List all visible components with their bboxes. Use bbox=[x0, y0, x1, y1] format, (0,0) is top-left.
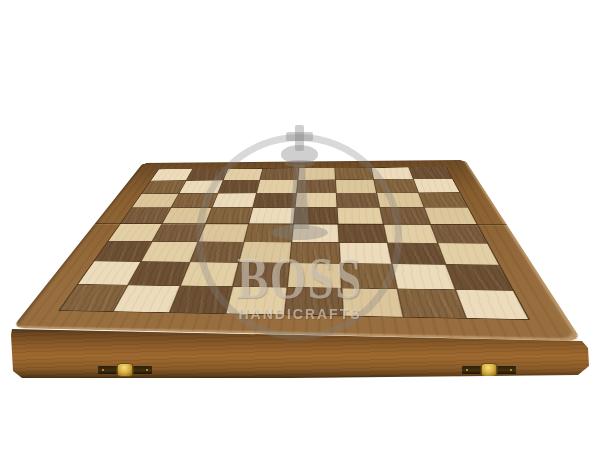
square-r2c4 bbox=[257, 180, 297, 193]
square-r5c4 bbox=[245, 224, 293, 242]
square-r1c4 bbox=[260, 168, 298, 180]
square-r1c6 bbox=[335, 168, 373, 180]
square-r3c2 bbox=[172, 193, 217, 207]
square-r8c7 bbox=[398, 289, 465, 318]
square-r7c5 bbox=[287, 263, 341, 287]
square-r8c8 bbox=[456, 290, 529, 319]
square-r5c7 bbox=[384, 224, 436, 243]
square-r5c6 bbox=[338, 224, 387, 242]
square-r1c3 bbox=[223, 169, 262, 181]
square-r6c2 bbox=[142, 242, 197, 262]
square-r3c6 bbox=[337, 193, 380, 207]
square-r3c7 bbox=[377, 193, 423, 208]
square-r4c4 bbox=[249, 208, 294, 224]
square-r1c7 bbox=[372, 167, 413, 179]
latch-screw bbox=[102, 369, 104, 371]
square-r6c7 bbox=[388, 243, 444, 264]
square-r8c4 bbox=[227, 287, 286, 315]
square-r2c3 bbox=[218, 180, 259, 193]
square-r4c3 bbox=[206, 208, 252, 224]
square-r2c8 bbox=[414, 179, 460, 192]
square-r6c3 bbox=[190, 242, 243, 262]
square-r3c3 bbox=[212, 193, 256, 207]
board-frame bbox=[12, 160, 582, 341]
square-r2c5 bbox=[297, 180, 336, 193]
square-r6c5 bbox=[290, 242, 340, 263]
latch-screw bbox=[466, 369, 468, 371]
pawn-head bbox=[281, 145, 318, 163]
latch-screw bbox=[510, 369, 512, 371]
square-r7c6 bbox=[341, 264, 397, 288]
board-grid bbox=[58, 167, 530, 320]
product-photo: BOSS HANDICRAFTS bbox=[0, 0, 600, 450]
square-r1c8 bbox=[409, 167, 452, 179]
latch-knob bbox=[117, 363, 134, 377]
square-r4c6 bbox=[337, 208, 383, 224]
brass-latch-right bbox=[462, 363, 516, 377]
square-r4c5 bbox=[293, 208, 337, 224]
cross-icon bbox=[295, 125, 304, 151]
square-r3c4 bbox=[253, 193, 295, 207]
square-r3c8 bbox=[419, 193, 468, 208]
square-r5c8 bbox=[431, 224, 487, 243]
square-r1c1 bbox=[151, 169, 192, 181]
brass-latch-left bbox=[98, 363, 152, 377]
latch-screw bbox=[146, 369, 148, 371]
square-r1c5 bbox=[298, 168, 335, 180]
square-r2c2 bbox=[180, 181, 223, 194]
square-r4c8 bbox=[424, 208, 476, 224]
square-r1c2 bbox=[187, 169, 227, 181]
square-r7c3 bbox=[181, 262, 238, 286]
square-r4c7 bbox=[381, 208, 430, 224]
square-r3c5 bbox=[295, 193, 336, 207]
chessboard-top bbox=[12, 160, 582, 341]
square-r5c2 bbox=[153, 224, 205, 242]
square-r8c3 bbox=[170, 286, 232, 314]
cross-icon bbox=[286, 132, 313, 141]
square-r6c8 bbox=[438, 243, 499, 265]
square-r5c3 bbox=[199, 224, 249, 242]
square-r6c4 bbox=[239, 242, 290, 263]
square-r8c5 bbox=[285, 287, 343, 315]
square-r7c4 bbox=[234, 263, 289, 287]
square-r8c6 bbox=[342, 288, 403, 317]
square-r5c5 bbox=[292, 224, 339, 242]
square-r2c6 bbox=[336, 180, 376, 193]
square-r7c7 bbox=[393, 264, 454, 289]
latch-knob bbox=[481, 363, 498, 377]
square-r4c2 bbox=[163, 208, 211, 224]
square-r7c8 bbox=[446, 265, 512, 290]
square-r2c7 bbox=[374, 179, 417, 192]
square-r6c6 bbox=[340, 243, 392, 264]
